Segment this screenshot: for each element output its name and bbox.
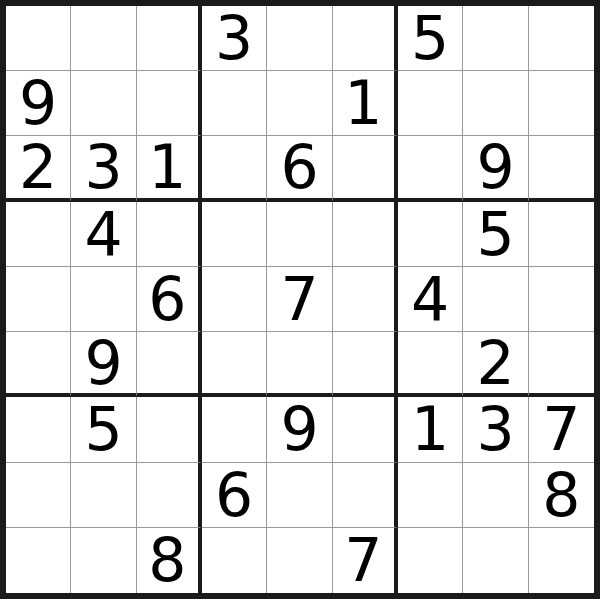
cell-r6c1[interactable] — [6, 332, 71, 397]
cell-r8c1[interactable] — [6, 463, 71, 528]
cell-r7c5[interactable]: 9 — [267, 397, 332, 462]
cell-r8c7[interactable] — [398, 463, 463, 528]
cell-r4c3[interactable] — [137, 202, 202, 267]
cell-r6c3[interactable] — [137, 332, 202, 397]
cell-r4c2[interactable]: 4 — [71, 202, 136, 267]
cell-r4c7[interactable] — [398, 202, 463, 267]
cell-r7c4[interactable] — [202, 397, 267, 462]
cell-r8c2[interactable] — [71, 463, 136, 528]
cell-r7c7[interactable]: 1 — [398, 397, 463, 462]
cell-r2c1[interactable]: 9 — [6, 71, 71, 136]
cell-r1c3[interactable] — [137, 6, 202, 71]
cell-r8c8[interactable] — [463, 463, 528, 528]
cell-r7c1[interactable] — [6, 397, 71, 462]
cell-r1c4[interactable]: 3 — [202, 6, 267, 71]
cell-r2c9[interactable] — [529, 71, 594, 136]
cell-r3c4[interactable] — [202, 136, 267, 201]
cell-r9c5[interactable] — [267, 528, 332, 593]
cell-r1c1[interactable] — [6, 6, 71, 71]
cell-r2c7[interactable] — [398, 71, 463, 136]
cell-r4c8[interactable]: 5 — [463, 202, 528, 267]
cell-r7c6[interactable] — [333, 397, 398, 462]
cell-r9c8[interactable] — [463, 528, 528, 593]
cell-r4c5[interactable] — [267, 202, 332, 267]
cell-r9c6[interactable]: 7 — [333, 528, 398, 593]
cell-r6c5[interactable] — [267, 332, 332, 397]
cell-r4c4[interactable] — [202, 202, 267, 267]
cell-r5c8[interactable] — [463, 267, 528, 332]
cell-r5c3[interactable]: 6 — [137, 267, 202, 332]
cell-r9c7[interactable] — [398, 528, 463, 593]
cell-r3c3[interactable]: 1 — [137, 136, 202, 201]
cell-r2c2[interactable] — [71, 71, 136, 136]
cell-r8c4[interactable]: 6 — [202, 463, 267, 528]
cell-r7c2[interactable]: 5 — [71, 397, 136, 462]
cell-r3c8[interactable]: 9 — [463, 136, 528, 201]
cell-r2c3[interactable] — [137, 71, 202, 136]
cell-r6c8[interactable]: 2 — [463, 332, 528, 397]
cell-r1c6[interactable] — [333, 6, 398, 71]
cell-r3c7[interactable] — [398, 136, 463, 201]
cell-r5c6[interactable] — [333, 267, 398, 332]
cell-r9c1[interactable] — [6, 528, 71, 593]
cell-r1c2[interactable] — [71, 6, 136, 71]
cell-r5c5[interactable]: 7 — [267, 267, 332, 332]
cell-r5c1[interactable] — [6, 267, 71, 332]
cell-r5c9[interactable] — [529, 267, 594, 332]
cell-r1c5[interactable] — [267, 6, 332, 71]
cell-r2c6[interactable]: 1 — [333, 71, 398, 136]
cell-r5c2[interactable] — [71, 267, 136, 332]
cell-r2c8[interactable] — [463, 71, 528, 136]
cell-r4c1[interactable] — [6, 202, 71, 267]
cell-r5c4[interactable] — [202, 267, 267, 332]
cell-r2c5[interactable] — [267, 71, 332, 136]
cell-r6c7[interactable] — [398, 332, 463, 397]
cell-r9c3[interactable]: 8 — [137, 528, 202, 593]
cell-r1c7[interactable]: 5 — [398, 6, 463, 71]
cell-r7c3[interactable] — [137, 397, 202, 462]
cell-r9c2[interactable] — [71, 528, 136, 593]
cell-r2c4[interactable] — [202, 71, 267, 136]
cell-r5c7[interactable]: 4 — [398, 267, 463, 332]
cell-r4c6[interactable] — [333, 202, 398, 267]
cell-r1c9[interactable] — [529, 6, 594, 71]
cell-r9c4[interactable] — [202, 528, 267, 593]
cell-r8c9[interactable]: 8 — [529, 463, 594, 528]
cell-r7c8[interactable]: 3 — [463, 397, 528, 462]
cell-r6c4[interactable] — [202, 332, 267, 397]
cell-r6c6[interactable] — [333, 332, 398, 397]
cell-r4c9[interactable] — [529, 202, 594, 267]
cell-r9c9[interactable] — [529, 528, 594, 593]
cell-r3c5[interactable]: 6 — [267, 136, 332, 201]
cell-r6c2[interactable]: 9 — [71, 332, 136, 397]
sudoku-board: 3591231694567492591376887 — [0, 0, 600, 599]
cell-r7c9[interactable]: 7 — [529, 397, 594, 462]
cell-r3c9[interactable] — [529, 136, 594, 201]
cell-r6c9[interactable] — [529, 332, 594, 397]
cell-r3c1[interactable]: 2 — [6, 136, 71, 201]
cell-r8c3[interactable] — [137, 463, 202, 528]
cell-r8c6[interactable] — [333, 463, 398, 528]
cell-r1c8[interactable] — [463, 6, 528, 71]
cell-r8c5[interactable] — [267, 463, 332, 528]
cell-r3c6[interactable] — [333, 136, 398, 201]
cell-r3c2[interactable]: 3 — [71, 136, 136, 201]
